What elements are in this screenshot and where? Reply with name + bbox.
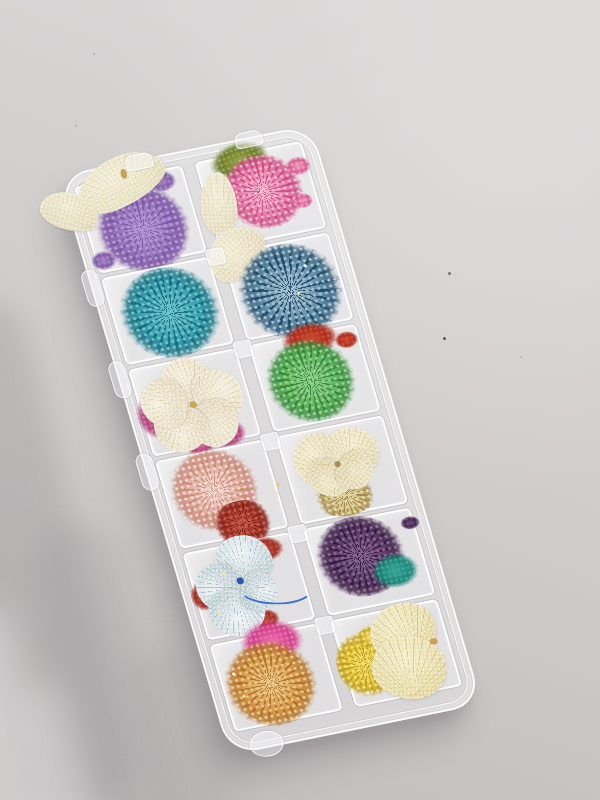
- compartment-L3: [128, 348, 261, 457]
- dust-speck: [520, 356, 522, 358]
- compartment-L1: [74, 165, 207, 274]
- compartment-R3: [248, 324, 381, 433]
- dust-speck: [443, 337, 446, 340]
- glitter-dot: [274, 492, 278, 495]
- dust-speck: [75, 125, 77, 127]
- compartment-R6: [329, 599, 462, 708]
- dust-speck: [448, 272, 451, 275]
- compartment-L6: [209, 623, 342, 732]
- glitter-dot: [275, 482, 280, 487]
- stem-bit: [429, 638, 439, 645]
- purple-floret-scatter: [398, 514, 422, 531]
- compartment-R4: [275, 416, 408, 525]
- compartment-L4: [155, 440, 288, 549]
- compartment-R5: [302, 507, 435, 616]
- compartment-R2: [221, 232, 354, 341]
- photo-scene: [0, 0, 600, 800]
- dust-speck: [93, 53, 95, 55]
- orange-lace-flower: [213, 633, 330, 735]
